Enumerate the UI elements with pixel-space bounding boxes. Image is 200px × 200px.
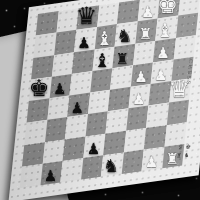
square-e8[interactable]: ♚	[29, 76, 52, 101]
crest-piece-glyph: ♛	[177, 144, 183, 151]
white-pawn-piece[interactable]: ♟	[145, 155, 158, 170]
crest-piece-glyph: ♞	[184, 152, 190, 159]
black-rook-piece[interactable]: ♜	[116, 51, 129, 66]
square-a6[interactable]	[60, 158, 83, 183]
white-bishop-piece[interactable]: ♝	[157, 20, 174, 39]
board-grid: ♛♟♚♟♝♞♜♝♝♜♟♚♟♟♟♟♟♛♟♟♞♟♜	[20, 0, 200, 188]
black-pawn-piece[interactable]: ♟	[53, 82, 66, 97]
black-bishop-piece[interactable]: ♝	[94, 50, 111, 69]
black-queen-piece[interactable]: ♛	[76, 5, 98, 29]
photo-of-chess-game: ♛♟♚♟♝♞♜♝♝♜♟♚♟♟♟♟♟♛♟♟♞♟♜ CHESS ♛♚♜♞	[0, 0, 200, 200]
white-pawn-piece[interactable]: ♟	[154, 68, 167, 83]
square-a7[interactable]: ♟	[40, 161, 63, 186]
white-bishop-piece[interactable]: ♝	[96, 29, 113, 48]
crest-piece-glyph: ♜	[176, 152, 182, 159]
square-a8[interactable]	[20, 164, 43, 189]
black-pawn-piece[interactable]: ♟	[71, 101, 84, 116]
black-pawn-piece[interactable]: ♟	[86, 141, 99, 156]
square-a5[interactable]	[81, 155, 104, 180]
film-grain-dots	[0, 0, 1, 1]
chess-board: ♛♟♚♟♝♞♜♝♝♜♟♚♟♟♟♟♟♛♟♟♞♟♜ CHESS ♛♚♜♞	[8, 0, 200, 200]
white-pawn-piece[interactable]: ♟	[156, 46, 169, 61]
square-a2[interactable]: ♟	[141, 146, 164, 171]
square-a3[interactable]	[121, 149, 144, 174]
black-king-piece[interactable]: ♚	[29, 77, 50, 100]
white-pawn-piece[interactable]: ♟	[141, 5, 154, 20]
white-rook-piece[interactable]: ♜	[138, 27, 151, 42]
square-a4[interactable]: ♞	[101, 152, 124, 177]
board-crest-emblem: ♛♚♜♞	[174, 142, 193, 160]
white-pawn-piece[interactable]: ♟	[134, 70, 147, 85]
black-pawn-piece[interactable]: ♟	[44, 169, 57, 184]
square-h2[interactable]: ♚	[158, 0, 181, 19]
black-knight-piece[interactable]: ♞	[117, 27, 133, 45]
black-pawn-piece[interactable]: ♟	[78, 35, 91, 50]
black-knight-piece[interactable]: ♞	[103, 157, 119, 175]
white-pawn-piece[interactable]: ♟	[132, 92, 145, 107]
white-king-piece[interactable]: ♚	[158, 0, 179, 17]
crest-piece-glyph: ♚	[185, 143, 191, 150]
